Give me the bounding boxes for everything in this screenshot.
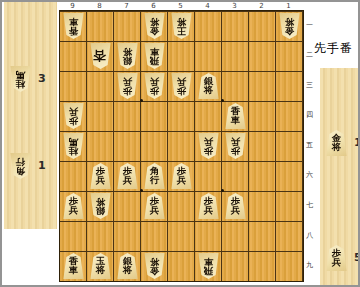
file-label: 9	[59, 2, 86, 10]
sente-captured-tray: 金将1歩兵5	[320, 68, 359, 287]
rank-label: 一	[303, 10, 316, 40]
shogi-piece-gote[interactable]: 飛車	[144, 43, 165, 69]
shogi-piece-sente[interactable]: 銀将	[117, 253, 138, 279]
rank-label: 九	[303, 250, 316, 280]
shogi-piece-gote[interactable]: 銀将	[90, 193, 111, 219]
file-label: 5	[167, 2, 194, 10]
shogi-piece-gote[interactable]: 歩兵	[117, 73, 138, 99]
shogi-app-window: 桂馬3角行1 先手番 金将1歩兵5 香車金将王将金将杏銀将飛車歩兵歩兵歩兵銀将歩…	[0, 0, 360, 287]
file-label: 4	[194, 2, 221, 10]
star-point	[221, 189, 224, 192]
rank-label: 二	[303, 40, 316, 70]
shogi-piece-sente[interactable]: 歩兵	[63, 193, 84, 219]
rank-label: 五	[303, 130, 316, 160]
shogi-piece-sente[interactable]: 香車	[225, 103, 246, 129]
shogi-piece-gote[interactable]: 香車	[63, 13, 84, 39]
shogi-piece-sente[interactable]: 歩兵	[198, 193, 219, 219]
gote-captured-tray: 桂馬3角行1	[4, 2, 57, 229]
shogi-piece-sente[interactable]: 角行	[144, 163, 165, 189]
rank-label: 三	[303, 70, 316, 100]
shogi-piece-sente[interactable]: 玉将	[90, 253, 111, 279]
hand-count: 1	[354, 136, 360, 149]
hand-piece-sente[interactable]: 歩兵	[326, 245, 347, 271]
shogi-piece-gote[interactable]: 歩兵	[198, 133, 219, 159]
rank-label: 八	[303, 220, 316, 250]
star-point	[140, 99, 143, 102]
shogi-piece-gote[interactable]: 金将	[144, 13, 165, 39]
star-point	[221, 99, 224, 102]
file-label: 6	[140, 2, 167, 10]
shogi-piece-sente[interactable]: 歩兵	[144, 193, 165, 219]
hand-piece-sente[interactable]: 金将	[326, 130, 347, 156]
shogi-piece-sente[interactable]: 歩兵	[225, 193, 246, 219]
file-label: 7	[113, 2, 140, 10]
board-grid[interactable]: 香車金将王将金将杏銀将飛車歩兵歩兵歩兵銀将歩兵香車桂馬歩兵歩兵歩兵歩兵角行歩兵歩…	[59, 10, 304, 282]
rank-label: 六	[303, 160, 316, 190]
shogi-piece-gote[interactable]: 王将	[171, 13, 192, 39]
shogi-piece-gote[interactable]: 歩兵	[225, 133, 246, 159]
file-label: 1	[275, 2, 302, 10]
file-label: 8	[86, 2, 113, 10]
shogi-piece-gote[interactable]: 歩兵	[144, 73, 165, 99]
rank-label: 七	[303, 190, 316, 220]
shogi-piece-sente[interactable]: 歩兵	[90, 163, 111, 189]
shogi-piece-sente[interactable]: 銀将	[198, 73, 219, 99]
hand-piece-gote[interactable]: 角行	[10, 153, 31, 179]
file-label: 3	[221, 2, 248, 10]
hand-count: 5	[354, 251, 360, 264]
shogi-piece-gote[interactable]: 金将	[279, 13, 300, 39]
shogi-piece-gote[interactable]: 歩兵	[171, 73, 192, 99]
turn-indicator: 先手番	[314, 40, 360, 57]
shogi-piece-sente[interactable]: 歩兵	[117, 163, 138, 189]
shogi-piece-sente[interactable]: 歩兵	[171, 163, 192, 189]
shogi-piece-gote[interactable]: 桂馬	[63, 133, 84, 159]
rank-label: 四	[303, 100, 316, 130]
file-label: 2	[248, 2, 275, 10]
hand-piece-gote[interactable]: 桂馬	[10, 66, 31, 92]
shogi-piece-gote[interactable]: 飛車	[198, 253, 219, 279]
shogi-piece-gote[interactable]: 銀将	[117, 43, 138, 69]
star-point	[140, 189, 143, 192]
shogi-piece-gote[interactable]: 金将	[144, 253, 165, 279]
shogi-piece-sente[interactable]: 香車	[63, 253, 84, 279]
hand-count: 3	[38, 72, 46, 85]
hand-count: 1	[38, 159, 46, 172]
shogi-piece-gote[interactable]: 歩兵	[63, 103, 84, 129]
shogi-piece-gote-promoted[interactable]: 杏	[90, 43, 111, 69]
